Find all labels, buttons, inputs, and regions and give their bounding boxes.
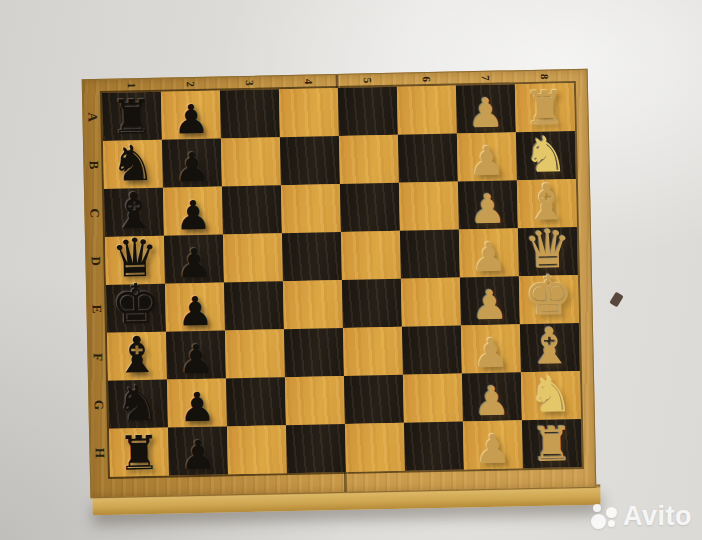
square-e6 (401, 277, 461, 326)
square-f1: ♝ (107, 332, 167, 381)
square-d5 (341, 231, 401, 280)
black-rook-h1: ♜ (117, 429, 160, 477)
black-bishop-f1: ♝ (114, 330, 160, 381)
rank-label-4: 4 (302, 74, 316, 88)
rank-label-3: 3 (243, 76, 257, 90)
black-king-e1: ♚ (111, 277, 161, 333)
square-h2: ♟ (168, 426, 228, 475)
black-pawn-g2: ♟ (179, 387, 216, 428)
white-pawn-h7: ♟ (475, 428, 512, 469)
square-e4 (283, 280, 343, 329)
white-pawn-c7: ♟ (470, 188, 507, 229)
square-f8: ♝ (520, 323, 580, 372)
rank-label-5: 5 (361, 73, 375, 87)
black-pawn-d2: ♟ (176, 243, 213, 284)
square-c1: ♝ (104, 188, 164, 237)
white-pawn-a7: ♟ (468, 93, 505, 134)
white-rook-a8: ♜ (523, 84, 566, 132)
black-bishop-c1: ♝ (111, 186, 157, 237)
board-frame: ♜♟♟♜♞♟♟♞♝♟♟♝♛♟♟♛♚♟♟♚♝♟♟♝♞♟♟♞♜♟♟♜ ABCDEFG… (82, 69, 597, 499)
black-pawn-h2: ♟ (180, 435, 217, 476)
rank-label-2: 2 (184, 77, 198, 91)
white-pawn-e7: ♟ (472, 284, 509, 325)
square-g1: ♞ (108, 380, 168, 429)
square-b2: ♟ (162, 138, 222, 187)
square-a3 (220, 89, 280, 138)
square-g6 (403, 373, 463, 422)
white-pawn-d7: ♟ (471, 236, 508, 277)
white-knight-g8: ♞ (528, 370, 573, 420)
square-b8: ♞ (516, 131, 576, 180)
white-pawn-f7: ♟ (473, 332, 510, 373)
square-d1: ♛ (105, 236, 165, 285)
square-f5 (343, 327, 403, 376)
square-a7: ♟ (456, 84, 516, 133)
square-h6 (404, 421, 464, 470)
white-bishop-f8: ♝ (527, 321, 573, 372)
square-b5 (339, 135, 399, 184)
black-pawn-a2: ♟ (173, 99, 210, 140)
square-b3 (221, 137, 281, 186)
square-g3 (226, 377, 286, 426)
rank-label-7: 7 (479, 71, 493, 85)
square-b1: ♞ (103, 140, 163, 189)
square-e8: ♚ (519, 275, 579, 324)
file-label-b: B (84, 156, 102, 174)
square-e7: ♟ (460, 276, 520, 325)
square-c4 (281, 184, 341, 233)
square-b4 (280, 136, 340, 185)
file-label-e: E (87, 300, 105, 318)
file-label-g: G (89, 396, 107, 414)
square-g2: ♟ (167, 378, 227, 427)
square-a2: ♟ (161, 90, 221, 139)
square-c8: ♝ (517, 179, 577, 228)
black-queen-d1: ♛ (111, 231, 160, 285)
square-g5 (344, 375, 404, 424)
square-b6 (398, 133, 458, 182)
black-knight-b1: ♞ (110, 139, 155, 189)
square-e2: ♟ (165, 282, 225, 331)
file-label-a: A (83, 108, 101, 126)
coordinate-labels: ABCDEFGH12345678 (83, 70, 587, 81)
square-h4 (286, 424, 346, 473)
avito-watermark: Avito (591, 501, 692, 532)
file-label-h: H (90, 444, 108, 462)
board-squares: ♜♟♟♜♞♟♟♞♝♟♟♝♛♟♟♛♚♟♟♚♝♟♟♝♞♟♟♞♜♟♟♜ (102, 83, 582, 477)
black-pawn-f2: ♟ (178, 339, 215, 380)
white-queen-d8: ♛ (524, 222, 573, 276)
white-pawn-b7: ♟ (469, 141, 506, 182)
rank-label-1: 1 (125, 78, 139, 92)
black-pawn-b2: ♟ (174, 147, 211, 188)
square-e3 (224, 281, 284, 330)
watermark-text: Avito (623, 501, 692, 532)
file-label-f: F (88, 348, 106, 366)
square-a6 (397, 86, 457, 135)
chess-board: ♜♟♟♜♞♟♟♞♝♟♟♝♛♟♟♛♚♟♟♚♝♟♟♝♞♟♟♞♜♟♟♜ ABCDEFG… (82, 69, 597, 499)
file-label-d: D (86, 252, 104, 270)
white-knight-b8: ♞ (523, 130, 568, 180)
rank-label-8: 8 (538, 70, 552, 84)
square-d4 (282, 232, 342, 281)
square-h7: ♟ (463, 420, 523, 469)
square-a8: ♜ (515, 83, 575, 132)
square-f7: ♟ (461, 324, 521, 373)
square-h1: ♜ (109, 428, 169, 477)
black-pawn-c2: ♟ (175, 195, 212, 236)
avito-logo-icon (591, 503, 618, 531)
square-f4 (284, 328, 344, 377)
square-a5 (338, 87, 398, 136)
square-h3 (227, 425, 287, 474)
square-g4 (285, 376, 345, 425)
photo-scene: ♜♟♟♜♞♟♟♞♝♟♟♝♛♟♟♛♚♟♟♚♝♟♟♝♞♟♟♞♜♟♟♜ ABCDEFG… (0, 0, 702, 540)
square-c2: ♟ (163, 186, 223, 235)
square-d8: ♛ (518, 227, 578, 276)
square-a1: ♜ (102, 92, 162, 141)
square-b7: ♟ (457, 132, 517, 181)
black-pawn-e2: ♟ (177, 291, 214, 332)
black-rook-a1: ♜ (110, 93, 153, 141)
square-d2: ♟ (164, 234, 224, 283)
square-f3 (225, 329, 285, 378)
square-g7: ♟ (462, 372, 522, 421)
square-f2: ♟ (166, 330, 226, 379)
black-knight-g1: ♞ (115, 379, 160, 429)
square-e5 (342, 279, 402, 328)
square-d7: ♟ (459, 228, 519, 277)
file-label-c: C (85, 204, 103, 222)
white-rook-h8: ♜ (530, 420, 573, 468)
square-d6 (400, 229, 460, 278)
square-c5 (340, 183, 400, 232)
white-king-e8: ♚ (524, 268, 574, 324)
square-f6 (402, 325, 462, 374)
square-a4 (279, 88, 339, 137)
square-h5 (345, 423, 405, 472)
square-e1: ♚ (106, 284, 166, 333)
square-g8: ♞ (521, 371, 581, 420)
square-c7: ♟ (458, 180, 518, 229)
rank-label-6: 6 (420, 72, 434, 86)
square-c3 (222, 185, 282, 234)
white-pawn-g7: ♟ (474, 380, 511, 421)
background-speck (609, 292, 624, 308)
white-bishop-c8: ♝ (524, 177, 570, 228)
square-d3 (223, 233, 283, 282)
square-c6 (399, 181, 459, 230)
square-h8: ♜ (522, 419, 582, 468)
